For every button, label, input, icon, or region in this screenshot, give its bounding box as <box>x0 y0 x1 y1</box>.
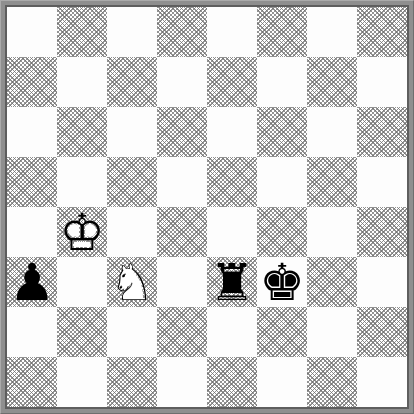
square-h3[interactable] <box>357 257 407 307</box>
square-a1[interactable] <box>7 357 57 407</box>
square-d8[interactable] <box>157 7 207 57</box>
white-king[interactable]: ♚♔ <box>57 207 107 257</box>
square-h1[interactable] <box>357 357 407 407</box>
square-h8[interactable] <box>357 7 407 57</box>
square-h6[interactable] <box>357 107 407 157</box>
square-f2[interactable] <box>257 307 307 357</box>
square-a5[interactable] <box>7 157 57 207</box>
square-g5[interactable] <box>307 157 357 207</box>
square-b4[interactable]: ♚♔ <box>57 207 107 257</box>
square-b5[interactable] <box>57 157 107 207</box>
black-pawn-glyph: ♟ <box>7 257 57 307</box>
square-h5[interactable] <box>357 157 407 207</box>
square-f4[interactable] <box>257 207 307 257</box>
black-pawn[interactable]: ♟ <box>7 257 57 307</box>
chess-board: ♚♔♟♞♘♜♚ <box>7 7 407 407</box>
square-b7[interactable] <box>57 57 107 107</box>
square-c3[interactable]: ♞♘ <box>107 257 157 307</box>
square-a7[interactable] <box>7 57 57 107</box>
square-e7[interactable] <box>207 57 257 107</box>
square-c2[interactable] <box>107 307 157 357</box>
square-g8[interactable] <box>307 7 357 57</box>
square-e4[interactable] <box>207 207 257 257</box>
square-d2[interactable] <box>157 307 207 357</box>
square-a8[interactable] <box>7 7 57 57</box>
square-d7[interactable] <box>157 57 207 107</box>
square-g2[interactable] <box>307 307 357 357</box>
square-f7[interactable] <box>257 57 307 107</box>
square-h7[interactable] <box>357 57 407 107</box>
square-a2[interactable] <box>7 307 57 357</box>
board-frame: ♚♔♟♞♘♜♚ <box>0 0 414 414</box>
square-b8[interactable] <box>57 7 107 57</box>
white-knight-outline-glyph: ♘ <box>107 257 157 307</box>
black-rook[interactable]: ♜ <box>207 257 257 307</box>
square-g3[interactable] <box>307 257 357 307</box>
square-e5[interactable] <box>207 157 257 207</box>
square-f6[interactable] <box>257 107 307 157</box>
square-h2[interactable] <box>357 307 407 357</box>
black-king-glyph: ♚ <box>257 257 307 307</box>
square-d3[interactable] <box>157 257 207 307</box>
square-f1[interactable] <box>257 357 307 407</box>
square-c7[interactable] <box>107 57 157 107</box>
square-g7[interactable] <box>307 57 357 107</box>
square-f3[interactable]: ♚ <box>257 257 307 307</box>
square-d4[interactable] <box>157 207 207 257</box>
square-g6[interactable] <box>307 107 357 157</box>
square-d5[interactable] <box>157 157 207 207</box>
square-f8[interactable] <box>257 7 307 57</box>
square-e1[interactable] <box>207 357 257 407</box>
board-inner-border: ♚♔♟♞♘♜♚ <box>5 5 409 409</box>
black-rook-glyph: ♜ <box>207 257 257 307</box>
square-a3[interactable]: ♟ <box>7 257 57 307</box>
square-c6[interactable] <box>107 107 157 157</box>
square-c8[interactable] <box>107 7 157 57</box>
square-b6[interactable] <box>57 107 107 157</box>
square-g4[interactable] <box>307 207 357 257</box>
square-e8[interactable] <box>207 7 257 57</box>
white-knight[interactable]: ♞♘ <box>107 257 157 307</box>
black-king[interactable]: ♚ <box>257 257 307 307</box>
square-d6[interactable] <box>157 107 207 157</box>
square-b2[interactable] <box>57 307 107 357</box>
square-b3[interactable] <box>57 257 107 307</box>
square-f5[interactable] <box>257 157 307 207</box>
square-h4[interactable] <box>357 207 407 257</box>
square-c1[interactable] <box>107 357 157 407</box>
square-a6[interactable] <box>7 107 57 157</box>
square-c5[interactable] <box>107 157 157 207</box>
white-king-outline-glyph: ♔ <box>57 207 107 257</box>
square-g1[interactable] <box>307 357 357 407</box>
square-e3[interactable]: ♜ <box>207 257 257 307</box>
square-e2[interactable] <box>207 307 257 357</box>
square-c4[interactable] <box>107 207 157 257</box>
square-b1[interactable] <box>57 357 107 407</box>
square-a4[interactable] <box>7 207 57 257</box>
square-e6[interactable] <box>207 107 257 157</box>
square-d1[interactable] <box>157 357 207 407</box>
